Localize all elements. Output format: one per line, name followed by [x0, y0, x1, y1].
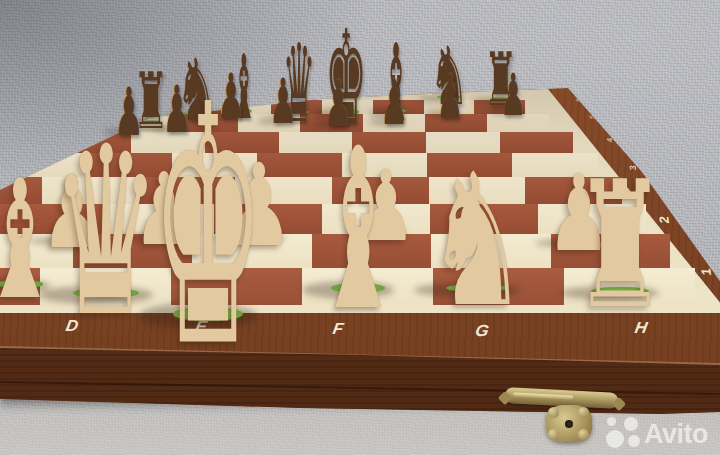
clasp-ornament-icon: [578, 407, 589, 418]
product-photo: DEFGH123456 ♞♜♟♝♝♛♚♟♞♟♟♟♜♟♟♟♟♟♟♟♟♝♝♞♜♛♚ …: [0, 0, 720, 455]
avito-logo-icon: [628, 435, 640, 447]
square-h5: [512, 153, 597, 177]
square-d4: [139, 177, 236, 204]
square-h4: [525, 177, 622, 204]
square-f2: [312, 234, 432, 268]
square-g7: [425, 114, 487, 132]
square-h7: [487, 114, 549, 132]
square-g4: [429, 177, 526, 204]
square-h6: [500, 132, 574, 153]
square-f5: [342, 153, 427, 177]
rank-label-3: 3: [628, 165, 639, 171]
watermark-text: Avito: [644, 419, 708, 450]
square-g3: [430, 204, 538, 235]
square-d5: [172, 153, 257, 177]
square-a8: [119, 100, 170, 114]
felt-base: [385, 119, 402, 122]
chess-board: DEFGH123456: [0, 0, 720, 455]
far-edge-label-mark: [498, 91, 502, 93]
felt-base: [236, 109, 252, 113]
felt-base: [168, 126, 186, 129]
felt-base: [437, 95, 461, 99]
square-f4: [332, 177, 429, 204]
square-d3: [106, 204, 214, 235]
rank-row-6: [0, 132, 573, 153]
felt-base: [173, 307, 242, 322]
clasp-ornament-icon: [548, 429, 559, 440]
felt-base: [446, 284, 509, 292]
square-c4: [42, 177, 139, 204]
rank-row-5: [0, 153, 598, 177]
felt-base: [140, 120, 162, 124]
square-h3: [538, 204, 646, 235]
rank-row-3: [0, 204, 646, 235]
square-a5: [0, 153, 2, 177]
square-e1: [171, 268, 302, 305]
file-label-D: D: [64, 317, 80, 336]
file-label-G: G: [474, 322, 491, 341]
rank-label-2: 2: [656, 215, 672, 224]
felt-base: [222, 113, 239, 116]
square-g2: [431, 234, 551, 268]
felt-base: [490, 97, 511, 100]
felt-base: [442, 111, 459, 114]
square-b5: [2, 153, 87, 177]
square-a7: [52, 114, 114, 132]
rank-label-5: 5: [588, 115, 595, 120]
square-c3: [0, 204, 106, 235]
square-g6: [426, 132, 500, 153]
felt-base: [274, 118, 291, 121]
clasp-ornament-icon: [548, 407, 559, 418]
avito-logo-icon: [606, 430, 624, 448]
far-edge-label-mark: [428, 93, 432, 95]
felt-base: [333, 109, 359, 115]
square-e4: [235, 177, 332, 204]
avito-watermark: Avito: [604, 413, 720, 453]
square-e6: [279, 132, 353, 153]
rank-label-4: 4: [605, 137, 614, 143]
felt-base: [0, 280, 43, 287]
square-f6: [352, 132, 426, 153]
square-c6: [131, 132, 205, 153]
felt-base: [505, 109, 521, 112]
felt-base: [331, 283, 385, 293]
file-label-H: H: [633, 319, 649, 338]
square-g5: [427, 153, 512, 177]
square-b4: [0, 177, 42, 204]
clasp-ornament-icon: [578, 429, 589, 440]
square-c5: [87, 153, 172, 177]
square-b6: [58, 132, 132, 153]
felt-base: [329, 121, 347, 124]
felt-base: [591, 287, 649, 295]
square-e3: [214, 204, 322, 235]
rank-label-1: 1: [698, 267, 714, 276]
felt-base: [238, 233, 281, 238]
square-e5: [257, 153, 342, 177]
avito-logo-icon: [607, 417, 616, 426]
avito-logo-icon: [624, 417, 638, 431]
rank-row-4: [0, 177, 622, 204]
far-edge-label-mark: [358, 95, 362, 97]
rank-label-6: 6: [575, 98, 581, 102]
square-a6: [0, 132, 58, 153]
square-d6: [205, 132, 279, 153]
file-label-F: F: [331, 320, 345, 339]
